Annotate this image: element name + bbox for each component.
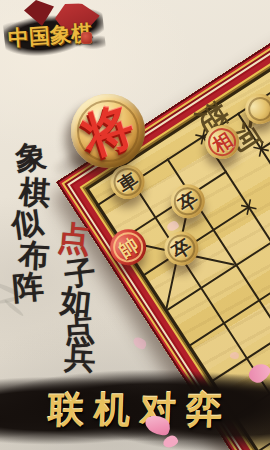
hero-general-glyph: 将 — [76, 99, 139, 162]
calligraphy-char-accent: 点 — [56, 221, 93, 258]
piece-glyph: 相 — [209, 129, 235, 155]
online-play-button[interactable]: 联机对弈 — [0, 386, 270, 435]
piece-glyph: 卒 — [168, 235, 194, 261]
red-seal-icon — [81, 32, 92, 44]
game-logo: 中国象棋 — [0, 0, 120, 70]
hero-general-piece: 将 — [71, 94, 145, 168]
petal — [131, 335, 148, 352]
splash-screen: 楚 河 車 卒 卒 帥 相 将 象 棋 似 布 阵 点 子 如 点 — [0, 0, 270, 450]
piece-glyph: 車 — [114, 169, 140, 195]
piece-glyph: 帥 — [115, 234, 141, 260]
calligraphy-char: 象 — [12, 138, 49, 175]
piece-glyph: 卒 — [175, 188, 201, 214]
calligraphy-char: 阵 — [10, 269, 47, 306]
